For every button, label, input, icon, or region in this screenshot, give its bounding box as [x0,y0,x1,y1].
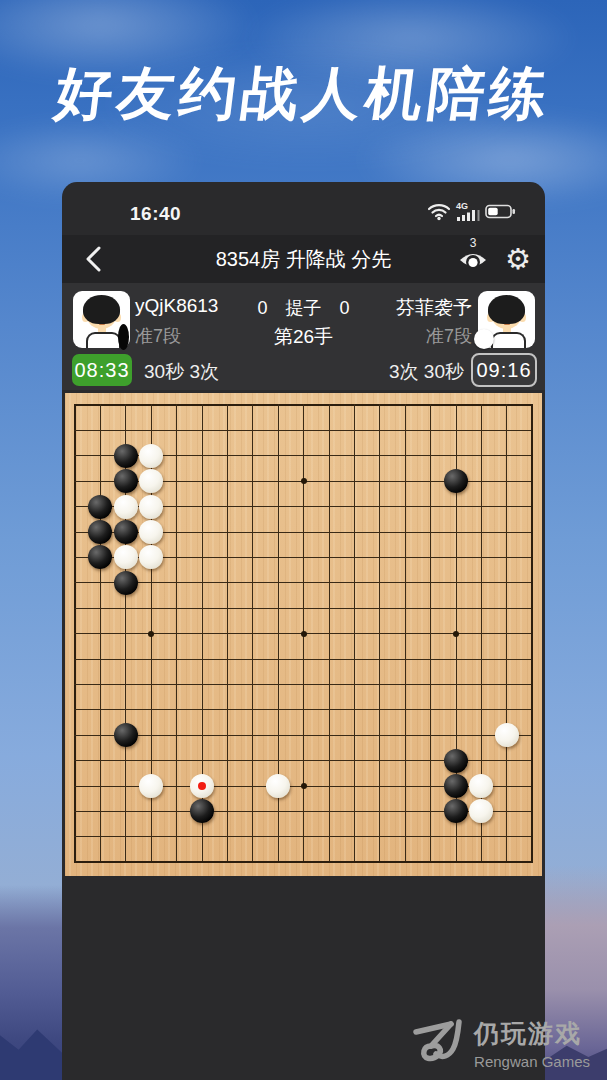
avatar-hair [488,295,525,324]
white-stone-badge [474,329,494,349]
stone-white [114,545,138,569]
scene: 好友约战人机陪练 16:40 4G [0,0,607,1080]
spectator-count: 3 [454,237,492,249]
grid-line-vertical [531,404,533,863]
stone-black [444,774,468,798]
grid-line-horizontal [74,836,533,837]
stone-black [88,495,112,519]
stone-black [444,749,468,773]
black-main-timer: 08:33 [72,354,132,386]
grid-line-horizontal [74,659,533,660]
eye-icon [458,258,488,275]
status-time: 16:40 [130,203,181,225]
settings-gear-icon[interactable]: ⚙ [505,239,531,279]
status-icons: 4G [427,203,516,223]
battery-icon [485,203,516,224]
grid-line-horizontal [74,709,533,710]
captures-label: 提子 [286,298,322,318]
star-point [453,631,459,637]
last-move-marker [198,782,206,790]
stone-white [266,774,290,798]
star-point [301,631,307,637]
players-panel: yQjK8613 准7段 0提子0 第26手 芬菲袭予 准7段 08:33 30… [62,283,545,390]
stone-black [88,545,112,569]
stone-white [139,545,163,569]
stone-white [469,774,493,798]
star-point [301,478,307,484]
cellular-4g-icon: 4G [456,203,480,223]
star-point [301,783,307,789]
stone-black [114,444,138,468]
grid-line-vertical [506,404,507,863]
wifi-icon [427,202,451,225]
grid-line-vertical [430,404,431,863]
star-point [148,631,154,637]
stone-white [139,469,163,493]
stone-white [139,495,163,519]
stone-white [139,520,163,544]
grid-line-horizontal [74,861,533,863]
stone-white [139,774,163,798]
white-main-timer: 09:16 [471,353,537,387]
stone-black [114,469,138,493]
watermark-en: Rengwan Games [474,1053,590,1070]
black-byoyomi: 30秒 3次 [144,359,219,385]
grid-line-vertical [379,404,380,863]
stone-white [495,723,519,747]
stone-black [190,799,214,823]
stone-white [139,444,163,468]
stone-black [114,520,138,544]
go-board-grid[interactable] [65,393,542,876]
move-number: 第26手 [62,324,545,350]
phone-mockup: 16:40 4G [62,182,545,1080]
rengwan-logo-icon [413,1018,465,1070]
white-player-rank: 准7段 [426,324,472,348]
stone-white [114,495,138,519]
white-byoyomi: 3次 30秒 [389,359,464,385]
stone-white [190,774,214,798]
banner-headline: 好友约战人机陪练 [0,56,607,133]
stone-black [88,520,112,544]
white-player-name: 芬菲袭予 [396,295,472,321]
stone-white [469,799,493,823]
white-captures: 0 [340,298,350,318]
grid-line-vertical [354,404,355,863]
grid-line-horizontal [74,735,533,736]
spectators-button[interactable]: 3 [454,237,492,281]
stone-black [114,571,138,595]
watermark-text: 仍玩游戏 Rengwan Games [474,1017,590,1070]
stone-black [444,469,468,493]
stone-black [114,723,138,747]
stone-black [444,799,468,823]
watermark-cn: 仍玩游戏 [474,1017,590,1050]
black-captures: 0 [257,298,267,318]
watermark: 仍玩游戏 Rengwan Games [413,1017,590,1070]
grid-line-vertical [329,404,330,863]
grid-line-vertical [405,404,406,863]
go-board[interactable] [65,393,542,876]
room-header: 8354房 升降战 分先 3 ⚙ [62,235,545,283]
grid-line-horizontal [74,684,533,685]
captures-row: 0提子0 [62,296,545,320]
avatar-shirt [491,332,526,348]
